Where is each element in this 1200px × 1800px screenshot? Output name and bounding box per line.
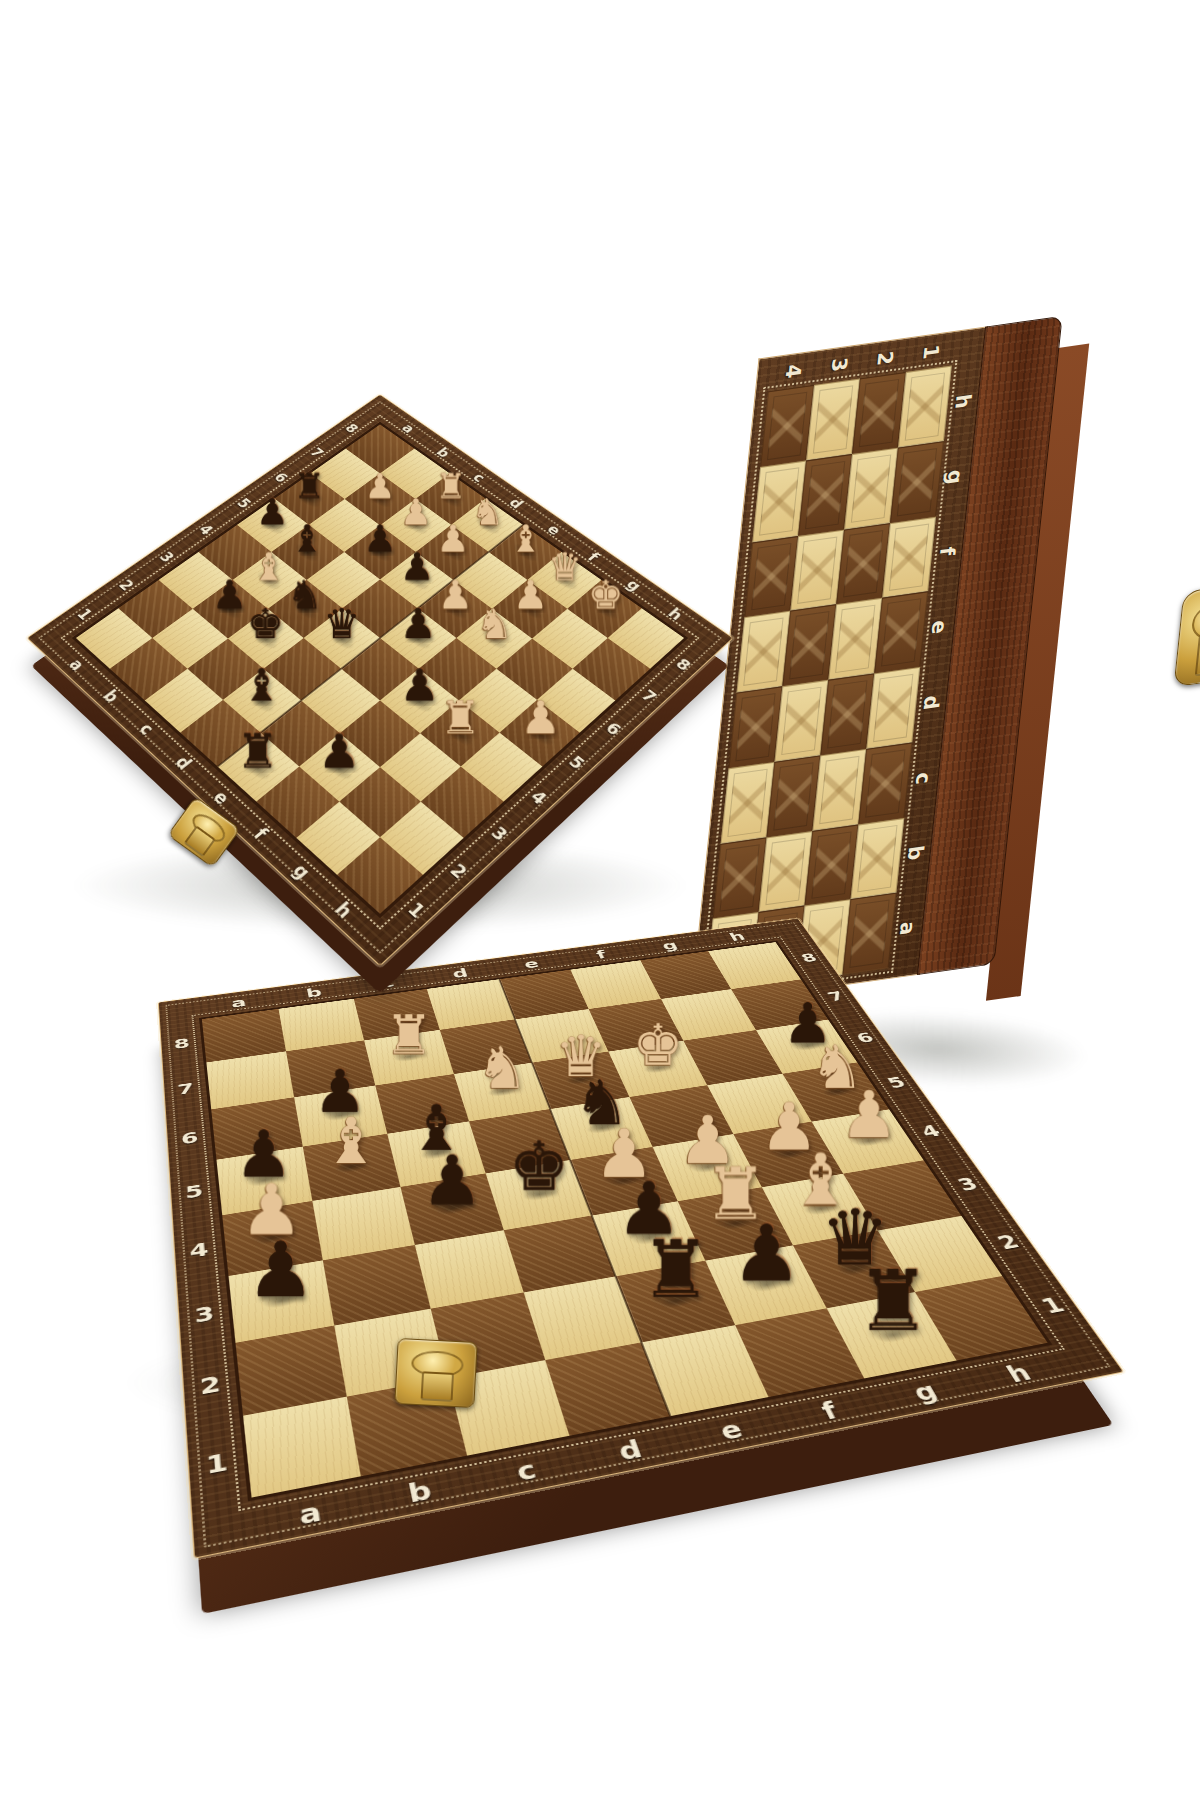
coord-label-a: a bbox=[297, 1497, 323, 1531]
coord-label-h: h bbox=[950, 392, 976, 410]
coord-label-8: 8 bbox=[342, 421, 362, 435]
coord-label-g: g bbox=[942, 468, 968, 486]
coord-label-c: c bbox=[911, 770, 937, 785]
coord-label-e: e bbox=[926, 619, 952, 636]
coord-label-2: 2 bbox=[115, 577, 137, 594]
coord-label-7: 7 bbox=[307, 445, 327, 460]
folded-pattern-cell bbox=[882, 516, 936, 598]
coord-label-b: b bbox=[433, 445, 453, 460]
black-king-glyph: ♚ bbox=[491, 1133, 586, 1201]
coord-label-f: f bbox=[250, 825, 272, 844]
coord-label-b: b bbox=[406, 1475, 435, 1508]
black-queen-glyph: ♛ bbox=[298, 604, 386, 645]
white-bishop-glyph: ♝ bbox=[306, 1109, 396, 1173]
coord-label-e: e bbox=[209, 787, 234, 808]
coord-label-6: 6 bbox=[602, 719, 625, 739]
brass-clasp-icon bbox=[1173, 583, 1200, 687]
coord-label-c: c bbox=[513, 1455, 539, 1487]
coord-label-3: 3 bbox=[953, 1173, 982, 1194]
coord-label-1: 1 bbox=[205, 1447, 229, 1479]
folded-pattern-cell bbox=[898, 366, 952, 448]
coord-label-1: 1 bbox=[1036, 1292, 1069, 1318]
coord-label-h: h bbox=[1001, 1359, 1036, 1387]
coord-label-2: 2 bbox=[199, 1371, 222, 1400]
coord-label-a: a bbox=[230, 995, 247, 1011]
coord-label-f: f bbox=[817, 1397, 842, 1425]
open-board-top-left: aabbccddeeffgghh1122334455667788 ♜♞♝♛♚♟♟… bbox=[10, 330, 750, 970]
coord-label-d: d bbox=[919, 694, 945, 712]
coord-label-1: 1 bbox=[918, 343, 944, 360]
coord-label-g: g bbox=[908, 1377, 942, 1406]
coord-label-b: b bbox=[99, 687, 123, 706]
coord-label-4: 4 bbox=[189, 1238, 210, 1262]
folded-pattern-cell bbox=[890, 441, 944, 523]
coord-label-8: 8 bbox=[173, 1035, 190, 1052]
coord-label-1: 1 bbox=[404, 899, 430, 922]
chessboard-bottom: aabbccddeeffgghh1122334455667788 ♜♞♛♚♝♞♟… bbox=[158, 918, 1124, 1559]
coord-label-1: 1 bbox=[73, 606, 96, 623]
coord-label-6: 6 bbox=[180, 1128, 199, 1148]
folded-pattern-cell bbox=[874, 592, 928, 674]
coord-label-5: 5 bbox=[184, 1181, 204, 1203]
coord-label-d: d bbox=[615, 1435, 646, 1467]
coord-label-3: 3 bbox=[193, 1301, 215, 1327]
brass-clasp-icon bbox=[394, 1338, 477, 1408]
black-rook-glyph: ♜ bbox=[621, 1230, 732, 1309]
black-pawn-glyph: ♟ bbox=[227, 1232, 334, 1308]
coord-label-3: 3 bbox=[156, 549, 178, 565]
coord-label-8: 8 bbox=[798, 950, 820, 964]
folded-box-coordinates: 4321hgfedcba bbox=[759, 327, 986, 359]
black-king-glyph: ♚ bbox=[221, 604, 309, 645]
coord-label-4: 4 bbox=[917, 1121, 945, 1141]
folded-pattern-cell bbox=[866, 667, 920, 749]
coord-label-7: 7 bbox=[638, 687, 661, 706]
white-rook-glyph: ♜ bbox=[412, 696, 509, 741]
coord-label-h: h bbox=[664, 605, 686, 623]
coord-label-7: 7 bbox=[176, 1080, 194, 1098]
coord-label-4: 4 bbox=[527, 787, 551, 808]
coord-label-h: h bbox=[331, 898, 357, 922]
coord-label-g: g bbox=[288, 860, 314, 883]
coord-label-2: 2 bbox=[872, 350, 898, 367]
black-pawn-glyph: ♟ bbox=[374, 604, 462, 645]
coord-label-c: c bbox=[135, 720, 158, 738]
coord-label-4: 4 bbox=[195, 522, 217, 538]
black-rook-glyph: ♜ bbox=[207, 728, 308, 775]
coord-label-b: b bbox=[305, 985, 323, 1000]
black-rook-glyph: ♜ bbox=[834, 1260, 951, 1343]
product-photo-scene: 4321hgfedcba aabbccddeeffgghh11223344556… bbox=[0, 0, 1200, 1800]
chessboard-top-left: aabbccddeeffgghh1122334455667788 ♜♞♝♛♚♟♟… bbox=[26, 394, 733, 966]
coord-label-5: 5 bbox=[565, 753, 588, 773]
white-knight-glyph: ♞ bbox=[451, 604, 539, 645]
coord-label-2: 2 bbox=[446, 860, 471, 882]
coord-label-d: d bbox=[171, 753, 196, 773]
coord-label-2: 2 bbox=[992, 1230, 1023, 1253]
coord-label-8: 8 bbox=[672, 656, 694, 674]
coord-label-e: e bbox=[716, 1415, 747, 1446]
coord-label-f: f bbox=[935, 546, 960, 558]
coord-label-3: 3 bbox=[487, 823, 512, 845]
black-pawn-glyph: ♟ bbox=[404, 1147, 500, 1215]
coord-label-3: 3 bbox=[826, 356, 852, 373]
coord-label-4: 4 bbox=[780, 363, 806, 380]
coord-label-a: a bbox=[398, 421, 418, 435]
coord-label-a: a bbox=[65, 656, 88, 674]
black-bishop-glyph: ♝ bbox=[215, 664, 309, 708]
